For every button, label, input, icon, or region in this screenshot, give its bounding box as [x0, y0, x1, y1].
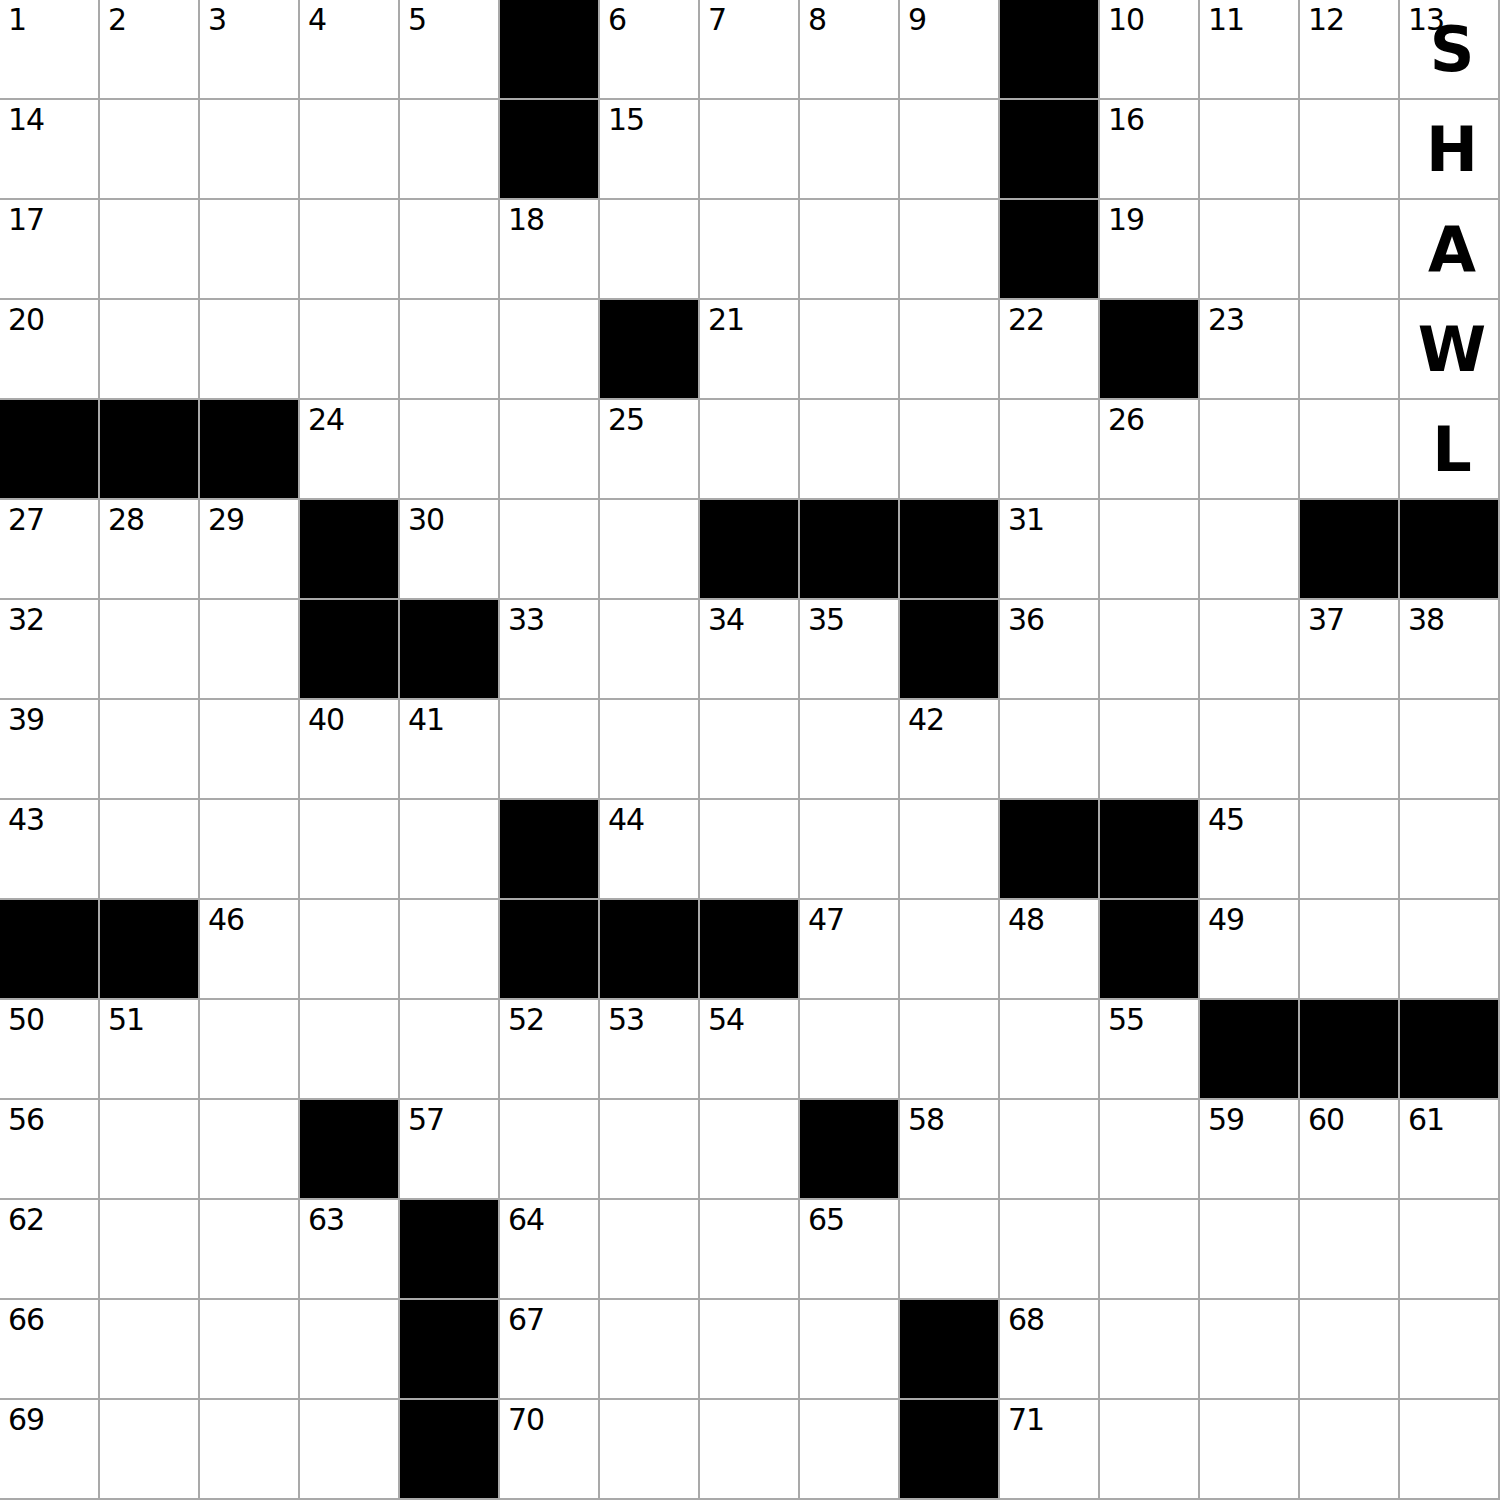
- cell-r7c12[interactable]: [1200, 700, 1298, 798]
- cell-r12c8[interactable]: 65: [800, 1200, 898, 1298]
- cell-r8c6[interactable]: 44: [600, 800, 698, 898]
- cell-r12c0[interactable]: 62: [0, 1200, 98, 1298]
- filled-letter: H: [1400, 100, 1498, 198]
- black-square: [900, 1300, 998, 1398]
- cell-r9c3[interactable]: [300, 900, 398, 998]
- cell-r8c7[interactable]: [700, 800, 798, 898]
- cell-r8c9[interactable]: [900, 800, 998, 898]
- clue-number: 42: [908, 703, 944, 736]
- cell-r3c14[interactable]: W: [1400, 300, 1498, 398]
- cell-r3c9[interactable]: [900, 300, 998, 398]
- cell-r1c11[interactable]: 16: [1100, 100, 1198, 198]
- clue-number: 3: [208, 3, 226, 36]
- cell-r2c8[interactable]: [800, 200, 898, 298]
- cell-r10c9[interactable]: [900, 1000, 998, 1098]
- cell-r2c4[interactable]: [400, 200, 498, 298]
- black-square: [100, 400, 198, 498]
- cell-r6c14[interactable]: 38: [1400, 600, 1498, 698]
- clue-number: 31: [1008, 503, 1044, 536]
- cell-r2c12[interactable]: [1200, 200, 1298, 298]
- clue-number: 55: [1108, 1003, 1144, 1036]
- cell-r10c10[interactable]: [1000, 1000, 1098, 1098]
- cell-r8c14[interactable]: [1400, 800, 1498, 898]
- clue-number: 52: [508, 1003, 544, 1036]
- cell-r4c9[interactable]: [900, 400, 998, 498]
- cell-r9c8[interactable]: 47: [800, 900, 898, 998]
- cell-r6c13[interactable]: 37: [1300, 600, 1398, 698]
- cell-r8c12[interactable]: 45: [1200, 800, 1298, 898]
- clue-number: 63: [308, 1203, 344, 1236]
- black-square: [1100, 800, 1198, 898]
- black-square: [500, 800, 598, 898]
- cell-r3c0[interactable]: 20: [0, 300, 98, 398]
- cell-r6c2[interactable]: [200, 600, 298, 698]
- cell-r11c4[interactable]: 57: [400, 1100, 498, 1198]
- cell-r12c11[interactable]: [1100, 1200, 1198, 1298]
- clue-number: 2: [108, 3, 126, 36]
- cell-r14c11[interactable]: [1100, 1400, 1198, 1498]
- black-square: [300, 600, 398, 698]
- clue-number: 43: [8, 803, 44, 836]
- cell-r5c10[interactable]: 31: [1000, 500, 1098, 598]
- clue-number: 49: [1208, 903, 1244, 936]
- cell-r8c13[interactable]: [1300, 800, 1398, 898]
- clue-number: 18: [508, 203, 544, 236]
- clue-number: 37: [1308, 603, 1344, 636]
- clue-number: 9: [908, 3, 926, 36]
- black-square: [200, 400, 298, 498]
- cell-r7c14[interactable]: [1400, 700, 1498, 798]
- cell-r12c13[interactable]: [1300, 1200, 1398, 1298]
- cell-r10c6[interactable]: 53: [600, 1000, 698, 1098]
- cell-r13c5[interactable]: 67: [500, 1300, 598, 1398]
- clue-number: 62: [8, 1203, 44, 1236]
- clue-number: 12: [1308, 3, 1344, 36]
- cell-r7c8[interactable]: [800, 700, 898, 798]
- cell-r8c3[interactable]: [300, 800, 398, 898]
- cell-r13c1[interactable]: [100, 1300, 198, 1398]
- black-square: [1200, 1000, 1298, 1098]
- cell-r2c1[interactable]: [100, 200, 198, 298]
- cell-r9c12[interactable]: 49: [1200, 900, 1298, 998]
- cell-r6c1[interactable]: [100, 600, 198, 698]
- filled-letter: S: [1400, 0, 1498, 98]
- clue-number: 33: [508, 603, 544, 636]
- filled-letter: W: [1400, 300, 1498, 398]
- cell-r14c1[interactable]: [100, 1400, 198, 1498]
- cell-r2c2[interactable]: [200, 200, 298, 298]
- cell-r5c6[interactable]: [600, 500, 698, 598]
- cell-r1c1[interactable]: [100, 100, 198, 198]
- crossword-grid: 12345678910111213S141516H171819A20212223…: [0, 0, 1500, 1500]
- cell-r3c4[interactable]: [400, 300, 498, 398]
- cell-r11c1[interactable]: [100, 1100, 198, 1198]
- clue-number: 56: [8, 1103, 44, 1136]
- cell-r7c9[interactable]: 42: [900, 700, 998, 798]
- cell-r4c5[interactable]: [500, 400, 598, 498]
- black-square: [600, 900, 698, 998]
- cell-r14c6[interactable]: [600, 1400, 698, 1498]
- clue-number: 70: [508, 1403, 544, 1436]
- cell-r13c8[interactable]: [800, 1300, 898, 1398]
- black-square: [1000, 100, 1098, 198]
- cell-r7c3[interactable]: 40: [300, 700, 398, 798]
- cell-r11c7[interactable]: [700, 1100, 798, 1198]
- cell-r1c9[interactable]: [900, 100, 998, 198]
- black-square: [1000, 0, 1098, 98]
- cell-r6c11[interactable]: [1100, 600, 1198, 698]
- clue-number: 68: [1008, 1303, 1044, 1336]
- cell-r1c2[interactable]: [200, 100, 298, 198]
- clue-number: 5: [408, 3, 426, 36]
- cell-r1c13[interactable]: [1300, 100, 1398, 198]
- cell-r10c1[interactable]: 51: [100, 1000, 198, 1098]
- cell-r14c3[interactable]: [300, 1400, 398, 1498]
- cell-r6c7[interactable]: 34: [700, 600, 798, 698]
- cell-r0c3[interactable]: 4: [300, 0, 398, 98]
- clue-number: 30: [408, 503, 444, 536]
- cell-r13c6[interactable]: [600, 1300, 698, 1398]
- cell-r14c2[interactable]: [200, 1400, 298, 1498]
- clue-number: 40: [308, 703, 344, 736]
- cell-r13c0[interactable]: 66: [0, 1300, 98, 1398]
- cell-r2c9[interactable]: [900, 200, 998, 298]
- cell-r4c3[interactable]: 24: [300, 400, 398, 498]
- cell-r7c4[interactable]: 41: [400, 700, 498, 798]
- cell-r13c14[interactable]: [1400, 1300, 1498, 1398]
- black-square: [600, 300, 698, 398]
- cell-r5c2[interactable]: 29: [200, 500, 298, 598]
- cell-r4c6[interactable]: 25: [600, 400, 698, 498]
- cell-r5c12[interactable]: [1200, 500, 1298, 598]
- cell-r11c6[interactable]: [600, 1100, 698, 1198]
- cell-r12c10[interactable]: [1000, 1200, 1098, 1298]
- cell-r6c10[interactable]: 36: [1000, 600, 1098, 698]
- black-square: [400, 1400, 498, 1498]
- cell-r11c0[interactable]: 56: [0, 1100, 98, 1198]
- cell-r6c5[interactable]: 33: [500, 600, 598, 698]
- cell-r7c6[interactable]: [600, 700, 698, 798]
- cell-r14c0[interactable]: 69: [0, 1400, 98, 1498]
- clue-number: 23: [1208, 303, 1244, 336]
- cell-r14c5[interactable]: 70: [500, 1400, 598, 1498]
- cell-r5c4[interactable]: 30: [400, 500, 498, 598]
- cell-r9c4[interactable]: [400, 900, 498, 998]
- cell-r9c9[interactable]: [900, 900, 998, 998]
- cell-r4c8[interactable]: [800, 400, 898, 498]
- clue-number: 57: [408, 1103, 444, 1136]
- black-square: [900, 600, 998, 698]
- cell-r0c7[interactable]: 7: [700, 0, 798, 98]
- cell-r3c2[interactable]: [200, 300, 298, 398]
- clue-number: 35: [808, 603, 844, 636]
- cell-r5c1[interactable]: 28: [100, 500, 198, 598]
- cell-r12c1[interactable]: [100, 1200, 198, 1298]
- clue-number: 71: [1008, 1403, 1044, 1436]
- clue-number: 46: [208, 903, 244, 936]
- black-square: [900, 1400, 998, 1498]
- clue-number: 44: [608, 803, 644, 836]
- cell-r0c14[interactable]: 13S: [1400, 0, 1498, 98]
- cell-r11c2[interactable]: [200, 1100, 298, 1198]
- cell-r0c9[interactable]: 9: [900, 0, 998, 98]
- clue-number: 24: [308, 403, 344, 436]
- cell-r10c4[interactable]: [400, 1000, 498, 1098]
- clue-number: 48: [1008, 903, 1044, 936]
- cell-r3c5[interactable]: [500, 300, 598, 398]
- cell-r9c13[interactable]: [1300, 900, 1398, 998]
- cell-r6c6[interactable]: [600, 600, 698, 698]
- cell-r1c12[interactable]: [1200, 100, 1298, 198]
- cell-r3c13[interactable]: [1300, 300, 1398, 398]
- cell-r6c0[interactable]: 32: [0, 600, 98, 698]
- cell-r4c4[interactable]: [400, 400, 498, 498]
- cell-r1c7[interactable]: [700, 100, 798, 198]
- cell-r4c12[interactable]: [1200, 400, 1298, 498]
- cell-r7c2[interactable]: [200, 700, 298, 798]
- clue-number: 58: [908, 1103, 944, 1136]
- black-square: [1400, 500, 1498, 598]
- clue-number: 36: [1008, 603, 1044, 636]
- clue-number: 54: [708, 1003, 744, 1036]
- clue-number: 59: [1208, 1103, 1244, 1136]
- clue-number: 25: [608, 403, 644, 436]
- cell-r7c5[interactable]: [500, 700, 598, 798]
- clue-number: 60: [1308, 1103, 1344, 1136]
- cell-r1c14[interactable]: H: [1400, 100, 1498, 198]
- cell-r2c7[interactable]: [700, 200, 798, 298]
- cell-r0c1[interactable]: 2: [100, 0, 198, 98]
- cell-r0c4[interactable]: 5: [400, 0, 498, 98]
- cell-r6c12[interactable]: [1200, 600, 1298, 698]
- cell-r14c14[interactable]: [1400, 1400, 1498, 1498]
- black-square: [300, 1100, 398, 1198]
- cell-r9c10[interactable]: 48: [1000, 900, 1098, 998]
- cell-r10c5[interactable]: 52: [500, 1000, 598, 1098]
- black-square: [500, 900, 598, 998]
- cell-r7c10[interactable]: [1000, 700, 1098, 798]
- clue-number: 69: [8, 1403, 44, 1436]
- cell-r2c14[interactable]: A: [1400, 200, 1498, 298]
- clue-number: 21: [708, 303, 744, 336]
- black-square: [1300, 500, 1398, 598]
- cell-r13c12[interactable]: [1200, 1300, 1298, 1398]
- cell-r14c8[interactable]: [800, 1400, 898, 1498]
- clue-number: 39: [8, 703, 44, 736]
- cell-r8c2[interactable]: [200, 800, 298, 898]
- cell-r13c7[interactable]: [700, 1300, 798, 1398]
- clue-number: 64: [508, 1203, 544, 1236]
- clue-number: 65: [808, 1203, 844, 1236]
- black-square: [400, 1200, 498, 1298]
- clue-number: 67: [508, 1303, 544, 1336]
- cell-r0c2[interactable]: 3: [200, 0, 298, 98]
- cell-r13c3[interactable]: [300, 1300, 398, 1398]
- cell-r1c3[interactable]: [300, 100, 398, 198]
- black-square: [900, 500, 998, 598]
- clue-number: 11: [1208, 3, 1244, 36]
- cell-r12c7[interactable]: [700, 1200, 798, 1298]
- clue-number: 22: [1008, 303, 1044, 336]
- cell-r7c7[interactable]: [700, 700, 798, 798]
- cell-r7c0[interactable]: 39: [0, 700, 98, 798]
- cell-r11c14[interactable]: 61: [1400, 1100, 1498, 1198]
- cell-r7c13[interactable]: [1300, 700, 1398, 798]
- cell-r2c5[interactable]: 18: [500, 200, 598, 298]
- clue-number: 34: [708, 603, 744, 636]
- black-square: [1000, 200, 1098, 298]
- clue-number: 41: [408, 703, 444, 736]
- black-square: [100, 900, 198, 998]
- black-square: [1400, 1000, 1498, 1098]
- cell-r14c7[interactable]: [700, 1400, 798, 1498]
- black-square: [800, 500, 898, 598]
- cell-r1c8[interactable]: [800, 100, 898, 198]
- clue-number: 38: [1408, 603, 1444, 636]
- clue-number: 29: [208, 503, 244, 536]
- clue-number: 15: [608, 103, 644, 136]
- clue-number: 26: [1108, 403, 1144, 436]
- black-square: [700, 900, 798, 998]
- filled-letter: A: [1400, 200, 1498, 298]
- cell-r0c11[interactable]: 10: [1100, 0, 1198, 98]
- black-square: [1000, 800, 1098, 898]
- cell-r14c13[interactable]: [1300, 1400, 1398, 1498]
- black-square: [800, 1100, 898, 1198]
- clue-number: 8: [808, 3, 826, 36]
- cell-r1c0[interactable]: 14: [0, 100, 98, 198]
- black-square: [0, 900, 98, 998]
- cell-r11c11[interactable]: [1100, 1100, 1198, 1198]
- clue-number: 10: [1108, 3, 1144, 36]
- cell-r12c5[interactable]: 64: [500, 1200, 598, 1298]
- cell-r0c0[interactable]: 1: [0, 0, 98, 98]
- black-square: [500, 0, 598, 98]
- cell-r10c2[interactable]: [200, 1000, 298, 1098]
- clue-number: 16: [1108, 103, 1144, 136]
- cell-r0c12[interactable]: 11: [1200, 0, 1298, 98]
- clue-number: 28: [108, 503, 144, 536]
- cell-r4c13[interactable]: [1300, 400, 1398, 498]
- cell-r12c6[interactable]: [600, 1200, 698, 1298]
- clue-number: 1: [8, 3, 26, 36]
- cell-r3c12[interactable]: 23: [1200, 300, 1298, 398]
- cell-r12c12[interactable]: [1200, 1200, 1298, 1298]
- cell-r4c7[interactable]: [700, 400, 798, 498]
- cell-r8c8[interactable]: [800, 800, 898, 898]
- cell-r10c8[interactable]: [800, 1000, 898, 1098]
- cell-r3c8[interactable]: [800, 300, 898, 398]
- cell-r8c0[interactable]: 43: [0, 800, 98, 898]
- clue-number: 19: [1108, 203, 1144, 236]
- cell-r0c6[interactable]: 6: [600, 0, 698, 98]
- clue-number: 17: [8, 203, 44, 236]
- filled-letter: L: [1400, 400, 1498, 498]
- cell-r12c9[interactable]: [900, 1200, 998, 1298]
- cell-r3c3[interactable]: [300, 300, 398, 398]
- cell-r0c13[interactable]: 12: [1300, 0, 1398, 98]
- cell-r11c10[interactable]: [1000, 1100, 1098, 1198]
- cell-r9c14[interactable]: [1400, 900, 1498, 998]
- cell-r1c4[interactable]: [400, 100, 498, 198]
- black-square: [1300, 1000, 1398, 1098]
- cell-r5c11[interactable]: [1100, 500, 1198, 598]
- cell-r4c11[interactable]: 26: [1100, 400, 1198, 498]
- cell-r5c5[interactable]: [500, 500, 598, 598]
- clue-number: 20: [8, 303, 44, 336]
- cell-r2c6[interactable]: [600, 200, 698, 298]
- clue-number: 51: [108, 1003, 144, 1036]
- cell-r9c2[interactable]: 46: [200, 900, 298, 998]
- clue-number: 66: [8, 1303, 44, 1336]
- black-square: [700, 500, 798, 598]
- cell-r6c8[interactable]: 35: [800, 600, 898, 698]
- cell-r8c4[interactable]: [400, 800, 498, 898]
- cell-r0c8[interactable]: 8: [800, 0, 898, 98]
- clue-number: 6: [608, 3, 626, 36]
- cell-r4c10[interactable]: [1000, 400, 1098, 498]
- cell-r10c7[interactable]: 54: [700, 1000, 798, 1098]
- black-square: [400, 1300, 498, 1398]
- cell-r3c7[interactable]: 21: [700, 300, 798, 398]
- cell-r3c10[interactable]: 22: [1000, 300, 1098, 398]
- cell-r10c0[interactable]: 50: [0, 1000, 98, 1098]
- cell-r5c0[interactable]: 27: [0, 500, 98, 598]
- cell-r8c1[interactable]: [100, 800, 198, 898]
- clue-number: 14: [8, 103, 44, 136]
- black-square: [0, 400, 98, 498]
- cell-r2c13[interactable]: [1300, 200, 1398, 298]
- black-square: [300, 500, 398, 598]
- cell-r13c13[interactable]: [1300, 1300, 1398, 1398]
- cell-r12c3[interactable]: 63: [300, 1200, 398, 1298]
- cell-r14c10[interactable]: 71: [1000, 1400, 1098, 1498]
- clue-number: 47: [808, 903, 844, 936]
- cell-r7c11[interactable]: [1100, 700, 1198, 798]
- cell-r2c3[interactable]: [300, 200, 398, 298]
- cell-r13c11[interactable]: [1100, 1300, 1198, 1398]
- cell-r10c3[interactable]: [300, 1000, 398, 1098]
- cell-r11c9[interactable]: 58: [900, 1100, 998, 1198]
- cell-r12c2[interactable]: [200, 1200, 298, 1298]
- cell-r13c10[interactable]: 68: [1000, 1300, 1098, 1398]
- clue-number: 32: [8, 603, 44, 636]
- cell-r11c13[interactable]: 60: [1300, 1100, 1398, 1198]
- clue-number: 53: [608, 1003, 644, 1036]
- cell-r4c14[interactable]: L: [1400, 400, 1498, 498]
- cell-r2c11[interactable]: 19: [1100, 200, 1198, 298]
- black-square: [1100, 300, 1198, 398]
- cell-r1c6[interactable]: 15: [600, 100, 698, 198]
- cell-r3c1[interactable]: [100, 300, 198, 398]
- clue-number: 4: [308, 3, 326, 36]
- cell-r13c2[interactable]: [200, 1300, 298, 1398]
- cell-r12c14[interactable]: [1400, 1200, 1498, 1298]
- cell-r7c1[interactable]: [100, 700, 198, 798]
- black-square: [1100, 900, 1198, 998]
- black-square: [400, 600, 498, 698]
- clue-number: 61: [1408, 1103, 1444, 1136]
- clue-number: 7: [708, 3, 726, 36]
- cell-r10c11[interactable]: 55: [1100, 1000, 1198, 1098]
- clue-number: 50: [8, 1003, 44, 1036]
- cell-r2c0[interactable]: 17: [0, 200, 98, 298]
- cell-r14c12[interactable]: [1200, 1400, 1298, 1498]
- clue-number: 27: [8, 503, 44, 536]
- cell-r11c12[interactable]: 59: [1200, 1100, 1298, 1198]
- cell-r11c5[interactable]: [500, 1100, 598, 1198]
- clue-number: 45: [1208, 803, 1244, 836]
